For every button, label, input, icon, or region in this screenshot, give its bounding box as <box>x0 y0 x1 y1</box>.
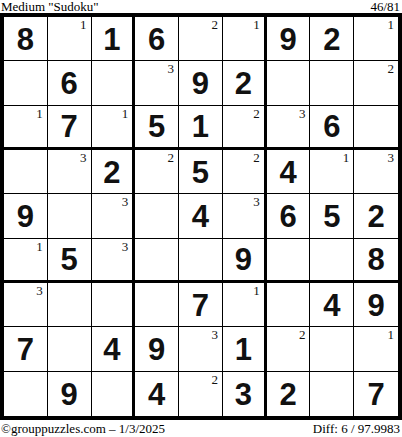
cell-r8c1: 7 <box>4 327 48 371</box>
corner-mark: 1 <box>253 17 260 32</box>
copyright-date-text: ©grouppuzzles.com – 1/3/2025 <box>1 421 165 436</box>
cell-r6c5[interactable] <box>179 239 223 283</box>
given-digit: 9 <box>235 244 252 275</box>
given-digit: 6 <box>61 68 78 99</box>
given-digit: 5 <box>148 111 165 142</box>
cell-r5c9: 2 <box>354 194 398 238</box>
difficulty-text: Diff: 6 / 97.9983 <box>313 421 400 436</box>
cell-r8c2[interactable] <box>48 327 92 371</box>
cell-r9c3[interactable] <box>92 372 136 416</box>
corner-mark: 2 <box>253 150 260 165</box>
given-digit: 2 <box>279 379 296 410</box>
cell-r4c9[interactable]: 3 <box>354 150 398 194</box>
cell-r2c4[interactable]: 3 <box>135 61 179 105</box>
given-digit: 2 <box>323 24 340 55</box>
given-digit: 1 <box>192 111 209 142</box>
cell-r4c4[interactable]: 2 <box>135 150 179 194</box>
sudoku-page: Medium "Sudoku" 46/81 811621921639221715… <box>0 0 402 437</box>
corner-mark: 1 <box>36 239 43 254</box>
corner-mark: 1 <box>122 106 129 121</box>
cells-remaining-counter: 46/81 <box>370 0 400 13</box>
given-digit: 1 <box>235 334 252 365</box>
cell-r2c7[interactable] <box>267 61 311 105</box>
cell-r6c2: 5 <box>48 239 92 283</box>
corner-mark: 1 <box>80 17 87 32</box>
given-digit: 4 <box>103 334 120 365</box>
corner-mark: 3 <box>122 239 129 254</box>
cell-r5c6[interactable]: 3 <box>223 194 267 238</box>
given-digit: 2 <box>367 201 384 232</box>
given-digit: 6 <box>323 111 340 142</box>
corner-mark: 2 <box>388 61 395 76</box>
cell-r9c9: 7 <box>354 372 398 416</box>
cell-r6c3[interactable]: 3 <box>92 239 136 283</box>
cell-r7c5: 7 <box>179 283 223 327</box>
cell-r7c1[interactable]: 3 <box>4 283 48 327</box>
cell-r1c6[interactable]: 1 <box>223 17 267 61</box>
cell-r5c3[interactable]: 3 <box>92 194 136 238</box>
cell-r2c8[interactable] <box>310 61 354 105</box>
cell-r3c2: 7 <box>48 106 92 150</box>
cell-r4c7: 4 <box>267 150 311 194</box>
cell-r7c7[interactable] <box>267 283 311 327</box>
cell-r2c6: 2 <box>223 61 267 105</box>
cell-r1c1: 8 <box>4 17 48 61</box>
corner-mark: 2 <box>168 150 175 165</box>
corner-mark: 2 <box>299 327 306 342</box>
header: Medium "Sudoku" 46/81 <box>0 0 402 13</box>
cell-r6c9: 8 <box>354 239 398 283</box>
corner-mark: 2 <box>253 106 260 121</box>
corner-mark: 1 <box>388 327 395 342</box>
corner-mark: 1 <box>343 150 350 165</box>
given-digit: 5 <box>323 201 340 232</box>
given-digit: 8 <box>367 244 384 275</box>
given-digit: 9 <box>148 334 165 365</box>
cell-r9c8[interactable] <box>310 372 354 416</box>
cell-r6c8[interactable] <box>310 239 354 283</box>
given-digit: 8 <box>17 24 34 55</box>
corner-mark: 3 <box>211 327 218 342</box>
cell-r1c2[interactable]: 1 <box>48 17 92 61</box>
given-digit: 9 <box>279 24 296 55</box>
corner-mark: 3 <box>299 106 306 121</box>
cell-r4c2[interactable]: 3 <box>48 150 92 194</box>
cell-r4c3: 2 <box>92 150 136 194</box>
given-digit: 9 <box>17 201 34 232</box>
given-digit: 7 <box>61 111 78 142</box>
cell-r6c7[interactable] <box>267 239 311 283</box>
cell-r6c4[interactable] <box>135 239 179 283</box>
cell-r9c2: 9 <box>48 372 92 416</box>
cell-r3c6[interactable]: 2 <box>223 106 267 150</box>
cell-r8c5[interactable]: 3 <box>179 327 223 371</box>
corner-mark: 3 <box>388 150 395 165</box>
cell-r3c3[interactable]: 1 <box>92 106 136 150</box>
sudoku-board: 8116219216392217151236322524139343652153… <box>0 13 402 420</box>
cell-r7c2[interactable] <box>48 283 92 327</box>
cell-r2c3[interactable] <box>92 61 136 105</box>
cell-r4c5: 5 <box>179 150 223 194</box>
cell-r6c6: 9 <box>223 239 267 283</box>
given-digit: 7 <box>367 379 384 410</box>
cell-r9c4: 4 <box>135 372 179 416</box>
cell-r1c8: 2 <box>310 17 354 61</box>
cell-r5c8: 5 <box>310 194 354 238</box>
cell-r5c2[interactable] <box>48 194 92 238</box>
cell-r6c1[interactable]: 1 <box>4 239 48 283</box>
cell-r7c9: 9 <box>354 283 398 327</box>
cell-r1c7: 9 <box>267 17 311 61</box>
cell-r1c4: 6 <box>135 17 179 61</box>
cell-r5c7: 6 <box>267 194 311 238</box>
cell-r2c9[interactable]: 2 <box>354 61 398 105</box>
given-digit: 5 <box>61 244 78 275</box>
cell-r8c4: 9 <box>135 327 179 371</box>
cell-r3c7[interactable]: 3 <box>267 106 311 150</box>
cell-r8c7[interactable]: 2 <box>267 327 311 371</box>
cell-r9c5[interactable]: 2 <box>179 372 223 416</box>
cell-r3c8: 6 <box>310 106 354 150</box>
cell-r8c9[interactable]: 1 <box>354 327 398 371</box>
given-digit: 3 <box>235 379 252 410</box>
footer: ©grouppuzzles.com – 1/3/2025 Diff: 6 / 9… <box>0 420 402 437</box>
given-digit: 1 <box>103 24 120 55</box>
corner-mark: 2 <box>211 372 218 387</box>
cell-r2c1[interactable] <box>4 61 48 105</box>
cell-r4c6[interactable]: 2 <box>223 150 267 194</box>
corner-mark: 1 <box>388 17 395 32</box>
cell-r3c1[interactable]: 1 <box>4 106 48 150</box>
cell-r9c7: 2 <box>267 372 311 416</box>
cell-r2c2: 6 <box>48 61 92 105</box>
given-digit: 9 <box>367 290 384 321</box>
given-digit: 2 <box>235 68 252 99</box>
cell-r8c8[interactable] <box>310 327 354 371</box>
cell-r7c8: 4 <box>310 283 354 327</box>
cell-r9c1[interactable] <box>4 372 48 416</box>
corner-mark: 3 <box>168 61 175 76</box>
cell-r3c4: 5 <box>135 106 179 150</box>
cell-r8c3: 4 <box>92 327 136 371</box>
cell-r5c5: 4 <box>179 194 223 238</box>
cell-r7c4[interactable] <box>135 283 179 327</box>
corner-mark: 1 <box>36 106 43 121</box>
given-digit: 9 <box>61 379 78 410</box>
given-digit: 7 <box>17 334 34 365</box>
corner-mark: 1 <box>253 283 260 298</box>
cell-r4c1[interactable] <box>4 150 48 194</box>
cell-r2c5: 9 <box>179 61 223 105</box>
cell-r9c6: 3 <box>223 372 267 416</box>
cell-r7c3[interactable] <box>92 283 136 327</box>
given-digit: 7 <box>192 290 209 321</box>
corner-mark: 3 <box>253 194 260 209</box>
cell-r1c3: 1 <box>92 17 136 61</box>
cell-r5c1: 9 <box>4 194 48 238</box>
corner-mark: 3 <box>122 194 129 209</box>
cell-r5c4[interactable] <box>135 194 179 238</box>
cell-r1c9[interactable]: 1 <box>354 17 398 61</box>
given-digit: 6 <box>279 201 296 232</box>
cell-r4c8[interactable]: 1 <box>310 150 354 194</box>
puzzle-title: Medium "Sudoku" <box>1 0 99 13</box>
corner-mark: 3 <box>80 150 87 165</box>
corner-mark: 3 <box>36 283 43 298</box>
given-digit: 5 <box>192 157 209 188</box>
given-digit: 6 <box>148 24 165 55</box>
given-digit: 4 <box>192 201 209 232</box>
cell-r3c9[interactable] <box>354 106 398 150</box>
cell-r3c5: 1 <box>179 106 223 150</box>
given-digit: 4 <box>279 157 296 188</box>
given-digit: 4 <box>323 290 340 321</box>
given-digit: 9 <box>192 68 209 99</box>
cell-r7c6[interactable]: 1 <box>223 283 267 327</box>
given-digit: 2 <box>103 157 120 188</box>
given-digit: 4 <box>148 379 165 410</box>
cell-r1c5[interactable]: 2 <box>179 17 223 61</box>
cell-r8c6: 1 <box>223 327 267 371</box>
corner-mark: 2 <box>211 17 218 32</box>
